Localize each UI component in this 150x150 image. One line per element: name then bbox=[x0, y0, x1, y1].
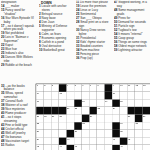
grid-cell-r1c12[interactable]: 10 bbox=[120, 84, 128, 92]
clue-number: 44 bbox=[1, 127, 4, 130]
crossword-page: designation14 ___ maker15 Fancy word for… bbox=[0, 0, 150, 150]
clue-number: 5 bbox=[39, 24, 41, 27]
grid-cell-r2c5[interactable] bbox=[67, 92, 75, 100]
grid-cell-r8c10[interactable] bbox=[105, 138, 113, 146]
clue-down-1-10-10: 10 Basketball great bbox=[39, 48, 72, 52]
clue-across-continued-17: 17 ...so it doesn't squeak when you walk bbox=[1, 24, 35, 31]
clue-number: 37 bbox=[1, 99, 4, 102]
cell-number: 42 bbox=[128, 138, 130, 140]
grid-cell-r8c3[interactable] bbox=[52, 138, 60, 146]
cell-number: 2 bbox=[44, 84, 45, 86]
cell-number: 36 bbox=[37, 130, 39, 132]
grid-cell-r4c6[interactable]: 22 bbox=[74, 107, 82, 115]
clue-number: 48 bbox=[1, 139, 4, 142]
grid-cell-r3c5[interactable] bbox=[67, 100, 75, 108]
grid-cell-r2c11[interactable]: 16 bbox=[112, 92, 120, 100]
grid-cell-r6c9[interactable] bbox=[97, 122, 105, 130]
grid-cell-r9c6[interactable]: 45 bbox=[74, 145, 82, 150]
grid-cell-r5c10[interactable] bbox=[105, 115, 113, 123]
grid-cell-r3c10[interactable]: 19 bbox=[105, 100, 113, 108]
grid-cell-r6c12[interactable]: 34 bbox=[120, 122, 128, 130]
grid-cell-r5c15[interactable]: 31 bbox=[143, 115, 150, 123]
grid-cell-r7c8[interactable] bbox=[90, 130, 98, 138]
grid-cell-r2c4[interactable]: 15 bbox=[59, 92, 67, 100]
grid-cell-r1c3[interactable]: 3 bbox=[52, 84, 60, 92]
grid-cell-r9c3[interactable] bbox=[52, 145, 60, 150]
grid-cell-r8c8[interactable] bbox=[90, 138, 98, 146]
grid-cell-r9c12[interactable]: 46 bbox=[120, 145, 128, 150]
cell-number: 5 bbox=[75, 84, 76, 86]
clue-column-down-1: DOWN 1 Locale with anchor stores2 Betray… bbox=[39, 1, 72, 84]
cell-number: 31 bbox=[143, 115, 145, 117]
grid-cell-r3c7[interactable]: 18 bbox=[82, 100, 90, 108]
grid-cell-r9c2[interactable] bbox=[44, 145, 52, 150]
cell-number: 35 bbox=[135, 122, 137, 124]
clue-number: 41 bbox=[1, 115, 4, 118]
clue-number: 48 bbox=[114, 8, 117, 11]
clue-across-continued-2-41: 41 ...so it stops streaming bbox=[1, 115, 34, 122]
grid-cell-r3c11-black bbox=[112, 100, 120, 108]
grid-cell-r7c7[interactable] bbox=[82, 130, 90, 138]
clue-number: 32 bbox=[76, 40, 79, 43]
cell-number: 17 bbox=[37, 100, 39, 102]
clue-number: 39 bbox=[1, 107, 4, 110]
clue-across-continued-29: 29 Rubble at the beach bbox=[1, 63, 35, 67]
clue-number: 2 bbox=[39, 12, 41, 15]
clue-number: 33 bbox=[1, 84, 4, 87]
grid-cell-r7c10[interactable] bbox=[105, 130, 113, 138]
grid-cell-r6c4[interactable] bbox=[59, 122, 67, 130]
grid-cell-r7c5-black bbox=[67, 130, 75, 138]
cell-number: 12 bbox=[135, 84, 137, 86]
grid-cell-r1c5[interactable]: 4 bbox=[67, 84, 75, 92]
clue-number: 35 bbox=[1, 92, 4, 95]
grid-cell-r8c5[interactable]: 40 bbox=[67, 138, 75, 146]
grid-cell-r4c12[interactable] bbox=[120, 107, 128, 115]
cell-number: 21 bbox=[67, 107, 69, 109]
clue-number: 19 bbox=[76, 5, 79, 8]
grid-cell-r6c8[interactable] bbox=[90, 122, 98, 130]
grid-cell-r2c14[interactable] bbox=[135, 92, 143, 100]
grid-cell-r3c4[interactable] bbox=[59, 100, 67, 108]
grid-cell-r5c9[interactable] bbox=[97, 115, 105, 123]
clue-number: 29 bbox=[1, 63, 4, 66]
grid-cell-r9c15[interactable] bbox=[143, 145, 150, 150]
clue-across-continued-26: 26 Dances With Wolves tribe bbox=[1, 55, 35, 62]
clue-number: 17 bbox=[1, 24, 4, 27]
clue-number: 45 bbox=[1, 131, 4, 134]
grid-cell-r5c12[interactable] bbox=[120, 115, 128, 123]
clue-number: 40 bbox=[1, 111, 4, 114]
clue-number: 10 bbox=[39, 48, 42, 51]
grid-cell-r4c14-black bbox=[135, 107, 143, 115]
grid-cell-r9c10[interactable] bbox=[105, 145, 113, 150]
grid-cell-r4c7[interactable] bbox=[82, 107, 90, 115]
cell-number: 20 bbox=[120, 100, 122, 102]
grid-cell-r8c1[interactable]: 39 bbox=[36, 138, 44, 146]
clue-number: 59 bbox=[114, 48, 117, 51]
grid-cell-r8c12-black bbox=[120, 138, 128, 146]
clue-number: 6 bbox=[39, 32, 41, 35]
cell-number: 10 bbox=[120, 84, 122, 86]
clue-across-continued-2-33: 33 ...as the books balance bbox=[1, 84, 34, 91]
grid-cell-r4c3-black bbox=[52, 107, 60, 115]
grid-cell-r1c15[interactable]: 13 bbox=[143, 84, 150, 92]
grid-cell-r5c6[interactable] bbox=[74, 115, 82, 123]
grid-cell-r7c2[interactable] bbox=[44, 130, 52, 138]
clue-number: 35 bbox=[76, 52, 79, 55]
grid-cell-r1c14[interactable]: 12 bbox=[135, 84, 143, 92]
grid-cell-r4c10[interactable] bbox=[105, 107, 113, 115]
clue-number: 28 bbox=[76, 21, 79, 24]
clue-number: 55 bbox=[114, 36, 117, 39]
grid-cell-r2c13[interactable] bbox=[128, 92, 136, 100]
clue-number: 27 bbox=[76, 17, 79, 20]
grid-cell-r1c11[interactable]: 9 bbox=[112, 84, 120, 92]
grid-cell-r6c11-black bbox=[112, 122, 120, 130]
cell-number: 6 bbox=[82, 84, 83, 86]
clue-across-continued-15: 15 Fancy word for "shadow" bbox=[1, 9, 35, 16]
grid-cell-r8c9[interactable] bbox=[97, 138, 105, 146]
cell-number: 44 bbox=[59, 145, 61, 147]
cell-number: 34 bbox=[120, 122, 122, 124]
grid-cell-r8c7[interactable] bbox=[82, 138, 90, 146]
grid-cell-r8c6[interactable] bbox=[74, 138, 82, 146]
cell-number: 11 bbox=[128, 84, 130, 86]
grid-cell-r4c11[interactable]: 24 bbox=[112, 107, 120, 115]
clue-number: 34 bbox=[76, 48, 79, 51]
cell-number: 43 bbox=[37, 145, 39, 147]
grid-cell-r1c1[interactable]: 1 bbox=[36, 84, 44, 92]
clue-number: 56 bbox=[114, 40, 117, 43]
clue-number: 19 bbox=[1, 32, 4, 35]
grid-cell-r6c2[interactable] bbox=[44, 122, 52, 130]
clue-across-continued-20: 20 Lois in "Batman v Superman" bbox=[1, 36, 35, 43]
clue-number: 51 bbox=[1, 143, 4, 146]
grid-cell-r6c13[interactable] bbox=[128, 122, 136, 130]
clue-down-47-59-47: 47 Stopped working, in a way bbox=[114, 1, 149, 8]
grid-cell-r9c13[interactable] bbox=[128, 145, 136, 150]
cell-number: 9 bbox=[113, 84, 114, 86]
crossword-grid: 1234567891011121314151617181920212223242… bbox=[36, 84, 150, 150]
cell-number: 3 bbox=[52, 84, 53, 86]
cell-number: 23 bbox=[97, 107, 99, 109]
cell-number: 27 bbox=[52, 115, 54, 117]
grid-cell-r3c6-black bbox=[74, 100, 82, 108]
clue-down-11-36-28: 28 Small print on a store sign bbox=[76, 21, 111, 28]
grid-cell-r2c2[interactable] bbox=[44, 92, 52, 100]
grid-cell-r1c10-black bbox=[105, 84, 113, 92]
clue-number: 38 bbox=[1, 103, 4, 106]
grid-cell-r2c9[interactable] bbox=[97, 92, 105, 100]
clue-number: 1 bbox=[39, 5, 41, 8]
grid-cell-r2c6[interactable] bbox=[74, 92, 82, 100]
grid-cell-r4c15-black bbox=[143, 107, 150, 115]
clue-down-47-59-48: 48 Some management grads bbox=[114, 8, 149, 15]
grid-cell-r7c14[interactable] bbox=[135, 130, 143, 138]
grid-cell-r9c14[interactable] bbox=[135, 145, 143, 150]
cell-number: 22 bbox=[75, 107, 77, 109]
cell-number: 14 bbox=[37, 92, 39, 94]
cell-number: 33 bbox=[82, 122, 84, 124]
clue-list-down-1: 1 Locale with anchor stores2 Betrayal so… bbox=[39, 5, 72, 52]
clue-number: 26 bbox=[1, 55, 4, 58]
cell-number: 8 bbox=[97, 84, 98, 86]
clue-number: 4 bbox=[39, 20, 41, 23]
grid-cell-r2c3[interactable] bbox=[52, 92, 60, 100]
grid-cell-r7c6[interactable]: 37 bbox=[74, 130, 82, 138]
clue-across-continued-16: 16 Star Wars Episode VI baby bbox=[1, 16, 35, 23]
clue-down-47-59-59: 59 Lightning attractor bbox=[114, 48, 149, 52]
grid-cell-r1c13[interactable]: 11 bbox=[128, 84, 136, 92]
grid-cell-r1c4-black bbox=[59, 84, 67, 92]
grid-cell-r5c11[interactable] bbox=[112, 115, 120, 123]
clue-number: 47 bbox=[114, 1, 117, 4]
cell-number: 16 bbox=[113, 92, 115, 94]
clue-number: 20 bbox=[1, 36, 4, 39]
cell-number: 4 bbox=[67, 84, 68, 86]
grid-cell-r3c3[interactable] bbox=[52, 100, 60, 108]
clue-number: 22 bbox=[1, 43, 4, 46]
cell-number: 41 bbox=[113, 138, 115, 140]
grid-cell-r4c1-black bbox=[36, 107, 44, 115]
clue-number: 51 bbox=[114, 24, 117, 27]
clue-column-across-top: designation14 ___ maker15 Fancy word for… bbox=[1, 1, 35, 84]
clue-number: 23 bbox=[1, 47, 4, 50]
cell-number: 18 bbox=[82, 100, 84, 102]
clue-number: 58 bbox=[114, 44, 117, 47]
grid-cell-r6c3[interactable] bbox=[52, 122, 60, 130]
grid-cell-r3c9[interactable] bbox=[97, 100, 105, 108]
grid-cell-r5c3[interactable]: 27 bbox=[52, 115, 60, 123]
grid-cell-r3c1[interactable]: 17 bbox=[36, 100, 44, 108]
clue-number: 14 bbox=[1, 5, 4, 8]
clue-number: 25 bbox=[76, 13, 79, 16]
clue-number: 31 bbox=[76, 36, 79, 39]
grid-cell-r6c14[interactable]: 35 bbox=[135, 122, 143, 130]
grid-cell-r5c2[interactable]: 26 bbox=[44, 115, 52, 123]
clue-number: 24 bbox=[76, 9, 79, 12]
clue-number: 50 bbox=[114, 20, 117, 23]
clue-number: 30 bbox=[76, 28, 79, 31]
grid-cell-r9c1[interactable]: 43 bbox=[36, 145, 44, 150]
cell-number: 40 bbox=[67, 138, 69, 140]
grid-cell-r4c8-black bbox=[90, 107, 98, 115]
grid-cell-r5c1[interactable]: 25 bbox=[36, 115, 44, 123]
grid-cell-r6c15[interactable] bbox=[143, 122, 150, 130]
grid-cell-r4c13-black bbox=[128, 107, 136, 115]
grid-cell-r6c1[interactable]: 32 bbox=[36, 122, 44, 130]
grid-cell-r4c4-black bbox=[59, 107, 67, 115]
clue-across-continued-2-51: 51 Radius bbox=[1, 143, 34, 147]
grid-cell-r6c7[interactable]: 33 bbox=[82, 122, 90, 130]
cell-number: 19 bbox=[105, 100, 107, 102]
grid-cell-r3c13[interactable] bbox=[128, 100, 136, 108]
clue-number: 3 bbox=[39, 16, 41, 19]
grid-cell-r2c8[interactable] bbox=[90, 92, 98, 100]
grid-cell-r8c15[interactable] bbox=[143, 138, 150, 146]
grid-cell-r1c6[interactable]: 5 bbox=[74, 84, 82, 92]
grid-cell-r9c8[interactable] bbox=[90, 145, 98, 150]
grid-cell-r4c9[interactable]: 23 bbox=[97, 107, 105, 115]
clue-number: 7 bbox=[39, 36, 41, 39]
grid-cell-r7c12[interactable]: 38 bbox=[120, 130, 128, 138]
cell-number: 32 bbox=[37, 122, 39, 124]
clue-number: 54 bbox=[114, 32, 117, 35]
grid-cell-r3c2[interactable] bbox=[44, 100, 52, 108]
grid-cell-r6c10[interactable] bbox=[105, 122, 113, 130]
clue-number: 16 bbox=[1, 16, 4, 19]
grid-cell-r8c11[interactable]: 41 bbox=[112, 138, 120, 146]
grid-cell-r7c4[interactable] bbox=[59, 130, 67, 138]
cell-number: 39 bbox=[37, 138, 39, 140]
grid-cell-r9c9[interactable] bbox=[97, 145, 105, 150]
grid-cell-r7c1[interactable]: 36 bbox=[36, 130, 44, 138]
grid-cell-r8c14[interactable] bbox=[135, 138, 143, 146]
grid-cell-r7c9[interactable] bbox=[97, 130, 105, 138]
grid-cell-r6c5[interactable] bbox=[67, 122, 75, 130]
grid-cell-r2c10-black bbox=[105, 92, 113, 100]
grid-cell-r1c9[interactable]: 8 bbox=[97, 84, 105, 92]
grid-cell-r7c15[interactable] bbox=[143, 130, 150, 138]
grid-cell-r4c5[interactable]: 21 bbox=[67, 107, 75, 115]
grid-cell-r2c12[interactable] bbox=[120, 92, 128, 100]
cell-number: 38 bbox=[120, 130, 122, 132]
clue-down-1-10-5: 5 Ministry of Defense supporter bbox=[39, 24, 72, 31]
grid-cell-r2c1[interactable]: 14 bbox=[36, 92, 44, 100]
clue-number: 49 bbox=[114, 16, 117, 19]
grid-cell-r6c6-black bbox=[74, 122, 82, 130]
grid-cell-r9c7[interactable] bbox=[82, 145, 90, 150]
cell-number: 26 bbox=[44, 115, 46, 117]
clue-down-1-10-1: 1 Locale with anchor stores bbox=[39, 5, 72, 12]
cell-number: 28 bbox=[59, 115, 61, 117]
grid-cell-r5c13[interactable]: 30 bbox=[128, 115, 136, 123]
cell-number: 15 bbox=[59, 92, 61, 94]
clue-number: 8 bbox=[39, 40, 41, 43]
grid-cell-r3c12[interactable]: 20 bbox=[120, 100, 128, 108]
clue-number: 47 bbox=[1, 135, 4, 138]
clue-down-11-36-36: 36 Prop (up) bbox=[76, 56, 111, 60]
clue-number: 36 bbox=[76, 56, 79, 59]
grid-cell-r2c15[interactable] bbox=[143, 92, 150, 100]
grid-cell-r7c11-black bbox=[112, 130, 120, 138]
grid-cell-r3c8[interactable] bbox=[90, 100, 98, 108]
grid-cell-r1c7[interactable]: 6 bbox=[82, 84, 90, 92]
cell-number: 1 bbox=[37, 84, 38, 86]
clue-number: 9 bbox=[39, 44, 41, 47]
grid-cell-r1c2[interactable]: 2 bbox=[44, 84, 52, 92]
grid-cell-r9c5-black bbox=[67, 145, 75, 150]
cell-number: 37 bbox=[75, 130, 77, 132]
grid-cell-r7c3[interactable] bbox=[52, 130, 60, 138]
clue-number: 15 bbox=[1, 9, 4, 12]
grid-cell-r5c14-black bbox=[135, 115, 143, 123]
cell-number: 45 bbox=[75, 145, 77, 147]
grid-cell-r2c7[interactable] bbox=[82, 92, 90, 100]
grid-cell-r3c14[interactable] bbox=[135, 100, 143, 108]
grid-cell-r9c11-black bbox=[112, 145, 120, 150]
clue-down-11-36-30: 30 Nancy Drew series byline bbox=[76, 28, 111, 35]
grid-cell-r5c5[interactable] bbox=[67, 115, 75, 123]
cell-number: 46 bbox=[120, 145, 122, 147]
clue-column-across-bottom: 33 ...as the books balance35 Whoa, speed… bbox=[1, 84, 34, 150]
grid-cell-r8c2[interactable] bbox=[44, 138, 52, 146]
grid-cell-r7c13[interactable] bbox=[128, 130, 136, 138]
grid-cell-r5c4[interactable]: 28 bbox=[59, 115, 67, 123]
cell-number: 30 bbox=[128, 115, 130, 117]
clue-number: 11 bbox=[76, 1, 79, 4]
grid-cell-r5c8[interactable]: 29 bbox=[90, 115, 98, 123]
grid-cell-r9c4[interactable]: 44 bbox=[59, 145, 67, 150]
grid-cell-r8c13[interactable]: 42 bbox=[128, 138, 136, 146]
clue-number: 25 bbox=[1, 51, 4, 54]
cell-number: 13 bbox=[143, 84, 145, 86]
cell-number: 25 bbox=[37, 115, 39, 117]
clue-across-continued-2-35: 35 Whoa, speed somewhat bbox=[1, 92, 34, 99]
grid-cell-r4c2-black bbox=[44, 107, 52, 115]
grid-cell-r8c4-black bbox=[59, 138, 67, 146]
clue-column-down-3: 47 Stopped working, in a way48 Some mana… bbox=[114, 1, 149, 84]
grid-cell-r3c15[interactable] bbox=[143, 100, 150, 108]
cell-number: 7 bbox=[90, 84, 91, 86]
grid-cell-r5c7-black bbox=[82, 115, 90, 123]
clue-number: 33 bbox=[76, 44, 79, 47]
clue-number: 52 bbox=[114, 28, 117, 31]
clue-column-down-2: 11 Do more than please19 Lease the premi… bbox=[76, 1, 111, 84]
clue-number: 43 bbox=[1, 123, 4, 126]
grid-cell-r1c8[interactable]: 7 bbox=[90, 84, 98, 92]
cell-number: 24 bbox=[113, 107, 115, 109]
cell-number: 29 bbox=[90, 115, 92, 117]
